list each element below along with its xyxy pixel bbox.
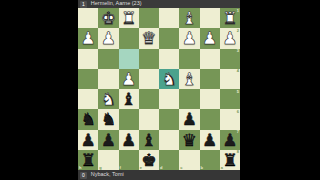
piece-bK-e8[interactable]: ♚: [141, 150, 156, 170]
square-h1[interactable]: [78, 8, 98, 28]
piece-wP-c2[interactable]: ♟: [182, 28, 197, 48]
letterbox-left: [0, 0, 78, 180]
file-label-a: a: [221, 166, 223, 170]
rank-label-2: 2: [237, 29, 239, 33]
file-label-f: f: [120, 166, 121, 170]
square-e3[interactable]: [139, 49, 159, 69]
square-h7[interactable]: ♟: [78, 130, 98, 150]
file-label-d: d: [160, 166, 162, 170]
square-g2[interactable]: ♟: [98, 28, 118, 48]
piece-bP-h7[interactable]: ♟: [81, 130, 96, 150]
result-badge-bottom: 0: [80, 172, 87, 179]
rank-label-7: 7: [237, 130, 239, 134]
square-d6[interactable]: [159, 109, 179, 129]
video-frame: 1 Hermelin, Aarne (23) ♚♜♝♜1♟♟♛♟♟♟23♟♞♝4…: [0, 0, 320, 180]
square-a4[interactable]: 4: [220, 69, 240, 89]
piece-wP-h2[interactable]: ♟: [81, 28, 96, 48]
file-label-e: e: [140, 166, 142, 170]
piece-bP-f7[interactable]: ♟: [121, 130, 136, 150]
piece-bB-e7[interactable]: ♝: [141, 130, 156, 150]
file-label-c: c: [180, 166, 182, 170]
square-c6[interactable]: ♟: [179, 109, 199, 129]
square-a2[interactable]: ♟2: [220, 28, 240, 48]
square-h4[interactable]: [78, 69, 98, 89]
player-name-top: Hermelin, Aarne (23): [91, 1, 142, 7]
piece-wB-c4[interactable]: ♝: [182, 69, 197, 89]
square-h2[interactable]: ♟: [78, 28, 98, 48]
square-e8[interactable]: ♚e: [139, 150, 159, 170]
square-e4[interactable]: [139, 69, 159, 89]
square-g1[interactable]: ♚: [98, 8, 118, 28]
square-g4[interactable]: [98, 69, 118, 89]
square-b8[interactable]: b: [200, 150, 220, 170]
square-c5[interactable]: [179, 89, 199, 109]
square-a8[interactable]: ♜8a: [220, 150, 240, 170]
piece-bP-c6[interactable]: ♟: [182, 109, 197, 129]
piece-bR-a8[interactable]: ♜: [222, 150, 237, 170]
square-e6[interactable]: [139, 109, 159, 129]
square-d5[interactable]: [159, 89, 179, 109]
square-b5[interactable]: [200, 89, 220, 109]
player-name-bottom: Nyback, Tomi: [91, 172, 124, 178]
square-d8[interactable]: d: [159, 150, 179, 170]
square-d2[interactable]: [159, 28, 179, 48]
rank-label-6: 6: [237, 110, 239, 114]
square-b7[interactable]: ♟: [200, 130, 220, 150]
square-a6[interactable]: 6: [220, 109, 240, 129]
square-f7[interactable]: ♟: [119, 130, 139, 150]
piece-wP-f4[interactable]: ♟: [121, 69, 136, 89]
square-d7[interactable]: [159, 130, 179, 150]
piece-wP-b2[interactable]: ♟: [202, 28, 217, 48]
file-label-h: h: [79, 166, 81, 170]
piece-wN-g5[interactable]: ♞: [101, 89, 116, 109]
square-c1[interactable]: ♝: [179, 8, 199, 28]
square-g3[interactable]: [98, 49, 118, 69]
square-d3[interactable]: [159, 49, 179, 69]
piece-bR-h8[interactable]: ♜: [81, 150, 96, 170]
square-g6[interactable]: ♞: [98, 109, 118, 129]
piece-wN-d4[interactable]: ♞: [162, 69, 177, 89]
piece-bQ-c7[interactable]: ♛: [182, 130, 197, 150]
piece-wP-a2[interactable]: ♟: [222, 28, 237, 48]
letterbox-right: [242, 0, 320, 180]
square-d1[interactable]: [159, 8, 179, 28]
square-d4[interactable]: ♞: [159, 69, 179, 89]
chess-app: 1 Hermelin, Aarne (23) ♚♜♝♜1♟♟♛♟♟♟23♟♞♝4…: [78, 0, 240, 180]
piece-bB-f5[interactable]: ♝: [121, 89, 136, 109]
square-c8[interactable]: c: [179, 150, 199, 170]
square-f8[interactable]: f: [119, 150, 139, 170]
piece-bN-g6[interactable]: ♞: [101, 109, 116, 129]
square-h8[interactable]: ♜h: [78, 150, 98, 170]
piece-wR-f1[interactable]: ♜: [121, 8, 136, 28]
square-f5[interactable]: ♝: [119, 89, 139, 109]
rank-label-5: 5: [237, 90, 239, 94]
piece-bP-a7[interactable]: ♟: [222, 130, 237, 150]
square-f4[interactable]: ♟: [119, 69, 139, 89]
square-g7[interactable]: ♟: [98, 130, 118, 150]
result-badge-top: 1: [80, 1, 87, 8]
piece-wR-a1[interactable]: ♜: [222, 8, 237, 28]
square-c3[interactable]: [179, 49, 199, 69]
square-a1[interactable]: ♜1: [220, 8, 240, 28]
piece-bN-h6[interactable]: ♞: [81, 109, 96, 129]
square-f3[interactable]: [119, 49, 139, 69]
player-bar-top: 1 Hermelin, Aarne (23): [78, 0, 240, 8]
rank-label-1: 1: [237, 9, 239, 13]
square-a7[interactable]: ♟7: [220, 130, 240, 150]
rank-label-8: 8: [237, 150, 239, 154]
square-a5[interactable]: 5: [220, 89, 240, 109]
square-e5[interactable]: [139, 89, 159, 109]
square-e1[interactable]: [139, 8, 159, 28]
square-c2[interactable]: ♟: [179, 28, 199, 48]
square-f2[interactable]: [119, 28, 139, 48]
square-b4[interactable]: [200, 69, 220, 89]
square-b3[interactable]: [200, 49, 220, 69]
file-label-b: b: [201, 166, 203, 170]
square-b2[interactable]: ♟: [200, 28, 220, 48]
square-f1[interactable]: ♜: [119, 8, 139, 28]
player-bar-bottom: 0 Nyback, Tomi: [78, 170, 240, 180]
square-b1[interactable]: [200, 8, 220, 28]
rank-label-3: 3: [237, 49, 239, 53]
piece-wP-g2[interactable]: ♟: [101, 28, 116, 48]
piece-wQ-e2[interactable]: ♛: [141, 28, 156, 48]
square-e2[interactable]: ♛: [139, 28, 159, 48]
square-a3[interactable]: 3: [220, 49, 240, 69]
rank-label-4: 4: [237, 69, 239, 73]
piece-wB-c1[interactable]: ♝: [182, 8, 197, 28]
piece-bP-g7[interactable]: ♟: [101, 130, 116, 150]
square-g5[interactable]: ♞: [98, 89, 118, 109]
file-label-g: g: [99, 166, 101, 170]
square-h6[interactable]: ♞: [78, 109, 98, 129]
square-g8[interactable]: g: [98, 150, 118, 170]
piece-bP-b7[interactable]: ♟: [202, 130, 217, 150]
square-e7[interactable]: ♝: [139, 130, 159, 150]
piece-wK-g1[interactable]: ♚: [101, 8, 116, 28]
square-h3[interactable]: [78, 49, 98, 69]
chess-board[interactable]: ♚♜♝♜1♟♟♛♟♟♟23♟♞♝4♞♝5♞♞♟6♟♟♟♝♛♟♟7♜hgf♚edc…: [78, 8, 240, 170]
square-f6[interactable]: [119, 109, 139, 129]
square-c4[interactable]: ♝: [179, 69, 199, 89]
square-h5[interactable]: [78, 89, 98, 109]
square-b6[interactable]: [200, 109, 220, 129]
square-c7[interactable]: ♛: [179, 130, 199, 150]
